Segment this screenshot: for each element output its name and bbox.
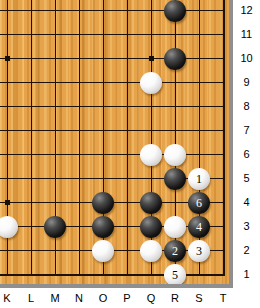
white-stone-S2[interactable]: 3: [188, 240, 210, 262]
stone-move-number: 1: [196, 173, 202, 185]
row-label-7: 7: [233, 122, 260, 138]
grid-line-col-L: [31, 0, 32, 276]
grid-line-row-10: [0, 58, 225, 59]
black-stone-R5[interactable]: [164, 168, 186, 190]
row-label-10: 10: [233, 50, 260, 66]
stone-move-number: 5: [172, 269, 178, 281]
black-stone-O3[interactable]: [92, 216, 114, 238]
black-stone-R12[interactable]: [164, 0, 186, 22]
white-stone-K3[interactable]: [0, 216, 18, 238]
row-label-4: 4: [233, 194, 260, 210]
white-stone-Q9[interactable]: [140, 72, 162, 94]
row-label-6: 6: [233, 146, 260, 162]
column-label-K: K: [0, 289, 15, 307]
grid-line-row-12: [0, 10, 225, 11]
column-label-S: S: [191, 289, 207, 307]
goban[interactable]: 164235: [0, 0, 229, 284]
row-label-11: 11: [233, 26, 260, 42]
black-stone-R10[interactable]: [164, 48, 186, 70]
coordinate-strip-right: 121110987654321: [233, 0, 260, 308]
column-label-N: N: [71, 289, 87, 307]
grid-line-col-N: [79, 0, 80, 276]
grid-line-row-8: [0, 106, 225, 107]
white-stone-O2[interactable]: [92, 240, 114, 262]
black-stone-O4[interactable]: [92, 192, 114, 214]
grid-line-row-7: [0, 130, 225, 131]
stone-move-number: 3: [196, 245, 202, 257]
column-label-M: M: [47, 289, 63, 307]
row-label-3: 3: [233, 218, 260, 234]
go-board-diagram: 164235 121110987654321 KLMNOPQRST: [0, 0, 260, 308]
stone-move-number: 6: [196, 197, 202, 209]
row-label-1: 1: [233, 266, 260, 282]
black-stone-S4[interactable]: 6: [188, 192, 210, 214]
grid-line-row-6: [0, 154, 225, 155]
star-point-Q10: [149, 56, 154, 61]
row-label-9: 9: [233, 74, 260, 90]
black-stone-S3[interactable]: 4: [188, 216, 210, 238]
grid-line-col-P: [127, 0, 128, 276]
black-stone-M3[interactable]: [44, 216, 66, 238]
black-stone-Q4[interactable]: [140, 192, 162, 214]
column-label-T: T: [215, 289, 231, 307]
column-label-R: R: [167, 289, 183, 307]
grid-line-col-T: [223, 0, 225, 276]
stone-move-number: 2: [172, 245, 178, 257]
row-label-5: 5: [233, 170, 260, 186]
coordinate-strip-bottom: KLMNOPQRST: [0, 288, 233, 308]
white-stone-Q2[interactable]: [140, 240, 162, 262]
white-stone-R3[interactable]: [164, 216, 186, 238]
column-label-O: O: [95, 289, 111, 307]
row-label-12: 12: [233, 2, 260, 18]
stone-move-number: 4: [196, 221, 202, 233]
black-stone-Q3[interactable]: [140, 216, 162, 238]
star-point-K10: [5, 56, 10, 61]
white-stone-S5[interactable]: 1: [188, 168, 210, 190]
column-label-Q: Q: [143, 289, 159, 307]
black-stone-R2[interactable]: 2: [164, 240, 186, 262]
white-stone-R1[interactable]: 5: [164, 264, 186, 286]
white-stone-R6[interactable]: [164, 144, 186, 166]
grid-line-row-9: [0, 82, 225, 83]
column-label-L: L: [23, 289, 39, 307]
row-label-8: 8: [233, 98, 260, 114]
white-stone-Q6[interactable]: [140, 144, 162, 166]
star-point-K4: [5, 200, 10, 205]
grid-line-row-1: [0, 274, 225, 276]
row-label-2: 2: [233, 242, 260, 258]
grid-line-row-11: [0, 34, 225, 35]
column-label-P: P: [119, 289, 135, 307]
